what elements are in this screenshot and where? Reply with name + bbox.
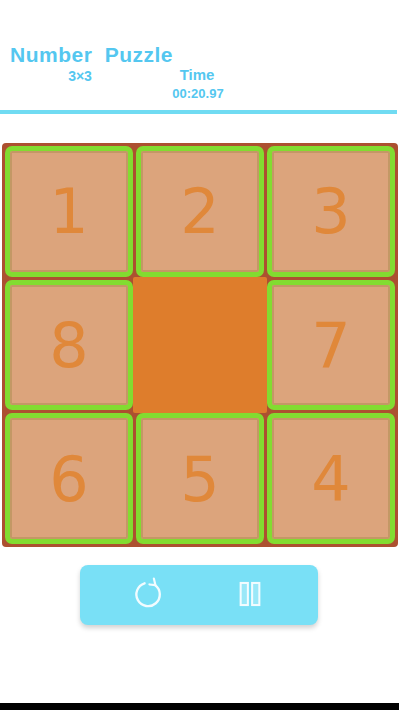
board-cell: 4 — [267, 413, 395, 544]
time-label: Time — [157, 67, 237, 82]
tile-3[interactable]: 3 — [267, 146, 395, 277]
control-bar — [80, 565, 318, 625]
board-cell: 5 — [136, 413, 264, 544]
pause-icon — [233, 577, 267, 614]
board-cell — [136, 280, 264, 411]
board-cell: 6 — [5, 413, 133, 544]
tile-7[interactable]: 7 — [267, 280, 395, 411]
board-cell: 7 — [267, 280, 395, 411]
tile-8[interactable]: 8 — [5, 280, 133, 411]
board-cell: 2 — [136, 146, 264, 277]
board-cell: 8 — [5, 280, 133, 411]
tile-6[interactable]: 6 — [5, 413, 133, 544]
board-cell: 3 — [267, 146, 395, 277]
board-cell: 1 — [5, 146, 133, 277]
header-divider — [0, 110, 397, 114]
tile-2[interactable]: 2 — [136, 146, 264, 277]
tile-1[interactable]: 1 — [5, 146, 133, 277]
page-title: Number Puzzle — [10, 44, 173, 65]
restart-button[interactable] — [126, 573, 170, 617]
restart-icon — [130, 576, 166, 615]
pause-button[interactable] — [228, 573, 272, 617]
system-gesture-bar — [0, 703, 399, 710]
tile-5[interactable]: 5 — [136, 413, 264, 544]
board-size-label: 3×3 — [50, 69, 110, 83]
empty-cell — [133, 277, 267, 414]
puzzle-board: 1 2 3 8 7 6 5 4 — [2, 143, 398, 547]
tile-4[interactable]: 4 — [267, 413, 395, 544]
timer-value: 00:20.97 — [148, 87, 248, 100]
